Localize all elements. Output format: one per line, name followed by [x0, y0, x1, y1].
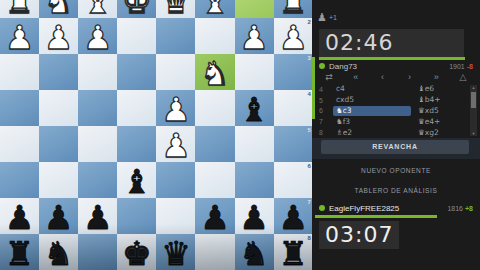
black-move[interactable]: ♝e6 [415, 84, 468, 94]
material-count: +1 [329, 14, 337, 21]
top-player-name: Dang73 [329, 62, 449, 71]
material-indicator: ♟ +1 [317, 11, 337, 24]
white-move[interactable]: ♞f3 [333, 117, 411, 127]
white-pawn-piece: ♟ [156, 92, 195, 128]
square-g1[interactable]: ♞ [39, 0, 78, 18]
square-c6[interactable] [195, 162, 234, 198]
first-move-icon[interactable]: « [346, 71, 366, 84]
bottom-player-rating: 1816 [447, 205, 463, 212]
rank-coordinate-label: 7 [307, 199, 310, 205]
square-d8[interactable]: ♛ [156, 234, 195, 270]
square-c3[interactable]: ♞ [195, 54, 234, 90]
square-c5[interactable] [195, 126, 234, 162]
black-move[interactable]: ♛e4+ [415, 117, 468, 127]
white-knight-piece: ♞ [195, 56, 234, 92]
square-e5[interactable] [117, 126, 156, 162]
square-f7[interactable]: ♟ [78, 198, 117, 234]
square-h4[interactable] [0, 90, 39, 126]
bottom-player-row: EagleFlyFREE2825 1816 +8 [319, 202, 473, 214]
bottom-player-name: EagleFlyFREE2825 [329, 204, 447, 213]
square-a6[interactable]: 6 [274, 162, 312, 198]
white-move[interactable]: ♞c3 [333, 106, 411, 116]
white-rook-piece: ♜ [274, 0, 312, 20]
square-f1[interactable]: ♝ [78, 0, 117, 18]
square-g3[interactable] [39, 54, 78, 90]
move-number: 7 [316, 118, 333, 125]
scroll-down-icon[interactable]: ▼ [470, 131, 477, 136]
black-move[interactable]: ♝b4+ [415, 95, 468, 105]
square-g8[interactable]: ♞ [39, 234, 78, 270]
scroll-up-icon[interactable]: ▲ [470, 85, 477, 90]
bottom-player-time-bar [315, 215, 437, 218]
last-move-icon[interactable]: » [426, 71, 446, 84]
square-d7[interactable] [156, 198, 195, 234]
white-rook-piece: ♜ [0, 0, 39, 20]
square-g6[interactable] [39, 162, 78, 198]
flag-icon[interactable]: △ [453, 71, 473, 84]
flip-board-icon[interactable]: ⇄ [319, 71, 339, 84]
rank-coordinate-label: 2 [307, 19, 310, 25]
white-pawn-piece: ♟ [78, 20, 117, 56]
square-d5[interactable]: ♟ [156, 126, 195, 162]
black-bishop-piece: ♝ [235, 92, 274, 128]
white-bishop-piece: ♝ [78, 0, 117, 20]
move-number: 6 [316, 107, 333, 114]
square-f6[interactable] [78, 162, 117, 198]
square-c7[interactable]: ♟ [195, 198, 234, 234]
square-b5[interactable] [235, 126, 274, 162]
rank-coordinate-label: 6 [307, 163, 310, 169]
square-a4[interactable]: 4 [274, 90, 312, 126]
white-pawn-piece: ♟ [0, 20, 39, 56]
black-move[interactable]: ♛xd5 [415, 106, 468, 116]
move-list-scrollbar[interactable]: ▲ ▼ [470, 85, 477, 136]
board-grid: ♜♞♝♚♛♝♜1♟♟♟♟♟2♞3♟♝4♟5♝6♟♟♟♟♟♟7♜♞♚♛♞♜8 [0, 0, 312, 270]
square-h2[interactable]: ♟ [0, 18, 39, 54]
square-h3[interactable] [0, 54, 39, 90]
black-queen-piece: ♛ [156, 236, 195, 270]
square-g4[interactable] [39, 90, 78, 126]
white-bishop-piece: ♝ [195, 0, 234, 20]
rank-coordinate-label: 3 [307, 55, 310, 61]
square-c1[interactable]: ♝ [195, 0, 234, 18]
black-rook-piece: ♜ [0, 236, 39, 270]
white-pawn-piece: ♟ [156, 128, 195, 164]
black-knight-piece: ♞ [235, 236, 274, 270]
square-a5[interactable]: 5 [274, 126, 312, 162]
previous-move-icon[interactable]: ‹ [373, 71, 393, 84]
square-e6[interactable]: ♝ [117, 162, 156, 198]
square-c8[interactable] [195, 234, 234, 270]
next-move-icon[interactable]: › [399, 71, 419, 84]
black-pawn-piece: ♟ [0, 200, 39, 236]
square-e3[interactable] [117, 54, 156, 90]
black-pawn-piece: ♟ [274, 200, 312, 236]
move-row-7: 7♞f3♛e4+ [316, 116, 468, 127]
black-pawn-piece: ♟ [78, 200, 117, 236]
game-sidebar: ♟ +1 02:46 Dang73 1901 -8 ⇄«‹›»△ 4c4♝e65… [312, 0, 480, 270]
move-list: 4c4♝e65cxd5♝b4+6♞c3♛xd57♞f3♛e4+8♗e2♛xg2 [316, 84, 468, 138]
square-d6[interactable] [156, 162, 195, 198]
square-e7[interactable] [117, 198, 156, 234]
active-player-indicator [312, 57, 315, 119]
move-row-5: 5cxd5♝b4+ [316, 95, 468, 106]
square-h7[interactable]: ♟ [0, 198, 39, 234]
square-b6[interactable] [235, 162, 274, 198]
square-b1[interactable] [235, 0, 274, 18]
move-navigation-bar: ⇄«‹›»△ [319, 71, 473, 84]
move-number: 5 [316, 97, 333, 104]
rank-coordinate-label: 5 [307, 127, 310, 133]
square-a8[interactable]: ♜8 [274, 234, 312, 270]
square-f3[interactable] [78, 54, 117, 90]
black-move[interactable]: ♛xg2 [415, 128, 468, 138]
square-b7[interactable]: ♟ [235, 198, 274, 234]
square-d3[interactable] [156, 54, 195, 90]
online-status-dot [319, 63, 325, 69]
square-c4[interactable] [195, 90, 234, 126]
square-d1[interactable]: ♛ [156, 0, 195, 18]
square-g5[interactable] [39, 126, 78, 162]
square-a3[interactable]: 3 [274, 54, 312, 90]
top-player-rating: 1901 [449, 63, 465, 70]
white-pawn-piece: ♟ [39, 20, 78, 56]
top-player-clock: 02:46 [319, 29, 464, 57]
square-e1[interactable]: ♚ [117, 0, 156, 18]
square-b3[interactable] [235, 54, 274, 90]
square-c2[interactable] [195, 18, 234, 54]
square-h8[interactable]: ♜ [0, 234, 39, 270]
white-move[interactable]: c4 [333, 84, 411, 94]
square-e2[interactable] [117, 18, 156, 54]
white-move[interactable]: ♗e2 [333, 128, 411, 138]
black-pawn-piece: ♟ [39, 200, 78, 236]
square-a2[interactable]: ♟2 [274, 18, 312, 54]
square-g7[interactable]: ♟ [39, 198, 78, 234]
square-f4[interactable] [78, 90, 117, 126]
move-row-6: 6♞c3♛xd5 [316, 106, 468, 117]
bottom-player-rating-change: +8 [465, 205, 473, 212]
square-h5[interactable] [0, 126, 39, 162]
square-b4[interactable]: ♝ [235, 90, 274, 126]
black-pawn-piece: ♟ [195, 200, 234, 236]
chess-board: ♜♞♝♚♛♝♜1♟♟♟♟♟2♞3♟♝4♟5♝6♟♟♟♟♟♟7♜♞♚♛♞♜8 [0, 0, 312, 270]
black-bishop-piece: ♝ [117, 164, 156, 200]
white-queen-piece: ♛ [156, 0, 195, 20]
square-b2[interactable]: ♟ [235, 18, 274, 54]
chess-app-screen: ♜♞♝♚♛♝♜1♟♟♟♟♟2♞3♟♝4♟5♝6♟♟♟♟♟♟7♜♞♚♛♞♜8 ♟ … [0, 0, 480, 270]
black-pawn-piece: ♟ [235, 200, 274, 236]
new-opponent-button[interactable]: NUEVO OPONENTE [312, 167, 480, 174]
square-h1[interactable]: ♜ [0, 0, 39, 18]
move-number: 4 [316, 86, 333, 93]
scrollbar-thumb[interactable] [471, 92, 476, 108]
white-pawn-piece: ♟ [235, 20, 274, 56]
move-number: 8 [316, 129, 333, 136]
analysis-board-button[interactable]: TABLERO DE ANÁLISIS [312, 187, 480, 194]
square-f2[interactable]: ♟ [78, 18, 117, 54]
black-rook-piece: ♜ [274, 236, 312, 270]
black-king-piece: ♚ [117, 236, 156, 270]
square-g2[interactable]: ♟ [39, 18, 78, 54]
white-knight-piece: ♞ [39, 0, 78, 20]
square-f8[interactable] [78, 234, 117, 270]
bottom-player-clock: 03:07 [319, 221, 399, 249]
square-f5[interactable] [78, 126, 117, 162]
black-knight-piece: ♞ [39, 236, 78, 270]
square-h6[interactable] [0, 162, 39, 198]
square-d4[interactable]: ♟ [156, 90, 195, 126]
top-player-rating-change: -8 [467, 63, 473, 70]
rank-coordinate-label: 4 [307, 91, 310, 97]
pawn-icon: ♟ [317, 11, 327, 24]
square-e4[interactable] [117, 90, 156, 126]
move-row-4: 4c4♝e6 [316, 84, 468, 95]
square-d2[interactable] [156, 18, 195, 54]
online-status-dot [319, 205, 325, 211]
square-b8[interactable]: ♞ [235, 234, 274, 270]
white-move[interactable]: cxd5 [333, 95, 411, 105]
square-a7[interactable]: ♟7 [274, 198, 312, 234]
white-king-piece: ♚ [117, 0, 156, 20]
white-pawn-piece: ♟ [274, 20, 312, 56]
square-e8[interactable]: ♚ [117, 234, 156, 270]
square-a1[interactable]: ♜1 [274, 0, 312, 18]
rank-coordinate-label: 8 [307, 235, 310, 241]
move-row-8: 8♗e2♛xg2 [316, 127, 468, 138]
rematch-button[interactable]: REVANCHA [321, 140, 469, 154]
